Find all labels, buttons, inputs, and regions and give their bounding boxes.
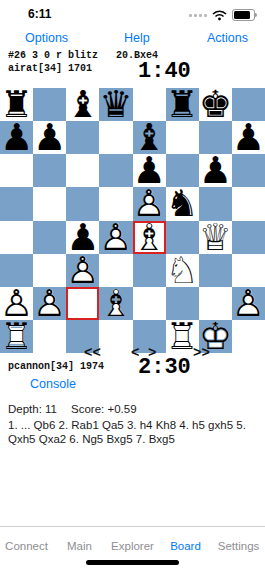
square-d4[interactable]: ♟♙ xyxy=(99,221,132,254)
opponent-clock: 1:40 xyxy=(138,59,191,84)
square-b2[interactable]: ♟♙ xyxy=(33,287,66,320)
square-g8[interactable]: ♚ xyxy=(199,88,232,121)
menu-bar: Options Help Actions xyxy=(0,31,265,46)
square-a7[interactable]: ♟ xyxy=(0,121,33,154)
help-menu[interactable]: Help xyxy=(124,31,150,45)
square-b7[interactable]: ♟ xyxy=(33,121,66,154)
status-icons xyxy=(189,9,255,21)
tab-bar: Connect Main Explorer Board Settings xyxy=(0,526,265,574)
square-h6[interactable] xyxy=(232,154,265,187)
actions-menu[interactable]: Actions xyxy=(207,31,248,45)
app-screen: 6:11 Options Help Actions #26 3 0 r blit… xyxy=(0,0,265,574)
status-bar: 6:11 xyxy=(0,0,265,28)
square-f7[interactable] xyxy=(166,121,199,154)
options-menu[interactable]: Options xyxy=(25,31,68,45)
square-c8[interactable]: ♝ xyxy=(66,88,99,121)
piece-white-pawn: ♟♙ xyxy=(99,221,132,254)
square-c6[interactable] xyxy=(66,154,99,187)
piece-black-pawn: ♟ xyxy=(232,121,265,154)
square-e2[interactable] xyxy=(133,287,166,320)
cellular-signal-icon xyxy=(189,14,207,17)
game-header-info: #26 3 0 r blitz 20.Bxe4 xyxy=(8,50,158,61)
square-d7[interactable] xyxy=(99,121,132,154)
engine-depth: Depth: 11 xyxy=(8,402,57,417)
tab-explorer[interactable]: Explorer xyxy=(106,527,159,574)
tab-settings[interactable]: Settings xyxy=(212,527,265,574)
square-h7[interactable]: ♟ xyxy=(232,121,265,154)
piece-black-knight: ♞ xyxy=(166,187,199,220)
square-e4[interactable]: ♝♗ xyxy=(133,221,166,254)
piece-white-rook: ♜♖ xyxy=(0,320,33,353)
square-d6[interactable] xyxy=(99,154,132,187)
piece-black-pawn: ♟ xyxy=(199,154,232,187)
chess-board: ♜♝♛♜♚♟♟♝♟♟♟♟♙♞♟♟♙♝♗♛♕♟♙♞♘♟♙♟♙♝♗♟♙♜♖♜♖♚♔ xyxy=(0,88,265,353)
piece-white-pawn: ♟♙ xyxy=(232,287,265,320)
opponent-name-rating: airat[34] 1701 xyxy=(8,63,92,74)
square-c2[interactable] xyxy=(66,287,99,320)
square-b6[interactable] xyxy=(33,154,66,187)
square-b4[interactable] xyxy=(33,221,66,254)
engine-line: 1. ... Qb6 2. Rab1 Qa5 3. h4 Kh8 4. h5 g… xyxy=(8,418,258,447)
player-clock: 2:30 xyxy=(138,355,191,380)
square-c3[interactable]: ♟♙ xyxy=(66,254,99,287)
piece-black-bishop: ♝ xyxy=(66,88,99,121)
status-time: 6:11 xyxy=(28,7,51,21)
tab-connect[interactable]: Connect xyxy=(0,527,53,574)
square-f3[interactable]: ♞♘ xyxy=(166,254,199,287)
tab-main[interactable]: Main xyxy=(53,527,106,574)
battery-icon xyxy=(232,9,255,21)
fast-forward-button[interactable]: >> xyxy=(193,345,210,361)
piece-black-pawn: ♟ xyxy=(33,121,66,154)
piece-black-queen: ♛ xyxy=(99,88,132,121)
piece-white-pawn: ♟♙ xyxy=(66,254,99,287)
square-g4[interactable]: ♛♕ xyxy=(199,221,232,254)
player-name-rating: pcannon[34] 1974 xyxy=(8,361,104,372)
square-a6[interactable] xyxy=(0,154,33,187)
square-a4[interactable] xyxy=(0,221,33,254)
square-h4[interactable] xyxy=(232,221,265,254)
wifi-icon xyxy=(212,10,227,21)
piece-white-bishop: ♝♗ xyxy=(99,287,132,320)
square-h5[interactable] xyxy=(232,187,265,220)
piece-white-pawn: ♟♙ xyxy=(33,287,66,320)
piece-white-knight: ♞♘ xyxy=(166,254,199,287)
home-indicator[interactable] xyxy=(86,560,179,565)
engine-score: Score: +0.59 xyxy=(71,402,137,417)
square-d8[interactable]: ♛ xyxy=(99,88,132,121)
square-c7[interactable] xyxy=(66,121,99,154)
piece-black-pawn: ♟ xyxy=(0,121,33,154)
square-h1[interactable] xyxy=(232,320,265,353)
square-e3[interactable] xyxy=(133,254,166,287)
square-d2[interactable]: ♝♗ xyxy=(99,287,132,320)
piece-white-queen: ♛♕ xyxy=(199,221,232,254)
tab-board[interactable]: Board xyxy=(159,527,212,574)
square-g6[interactable]: ♟ xyxy=(199,154,232,187)
square-h2[interactable]: ♟♙ xyxy=(232,287,265,320)
square-f5[interactable]: ♞ xyxy=(166,187,199,220)
square-g3[interactable] xyxy=(199,254,232,287)
square-b5[interactable] xyxy=(33,187,66,220)
square-b1[interactable] xyxy=(33,320,66,353)
square-a1[interactable]: ♜♖ xyxy=(0,320,33,353)
square-a5[interactable] xyxy=(0,187,33,220)
console-link[interactable]: Console xyxy=(30,377,76,391)
piece-black-rook: ♜ xyxy=(166,88,199,121)
piece-white-bishop: ♝♗ xyxy=(133,221,166,254)
fast-backward-button[interactable]: << xyxy=(84,345,101,361)
engine-output: Depth: 11 Score: +0.59 1. ... Qb6 2. Rab… xyxy=(8,402,258,447)
square-f8[interactable]: ♜ xyxy=(166,88,199,121)
piece-black-king: ♚ xyxy=(199,88,232,121)
square-d1[interactable] xyxy=(99,320,132,353)
